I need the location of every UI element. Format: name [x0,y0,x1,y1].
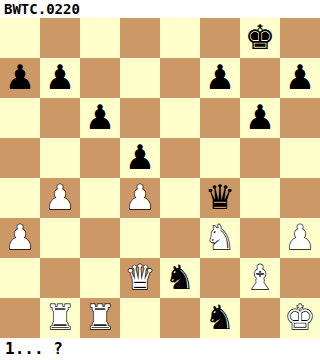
square-a8[interactable] [0,18,40,58]
piece-black-pawn[interactable]: ♟ [285,58,315,97]
square-d1[interactable] [120,298,160,338]
square-b8[interactable] [40,18,80,58]
square-a2[interactable] [0,258,40,298]
square-h4[interactable] [280,178,320,218]
square-e8[interactable] [160,18,200,58]
piece-black-king[interactable]: ♚ [245,18,275,57]
square-b1[interactable]: ♜ [40,298,80,338]
piece-white-queen[interactable]: ♛ [125,258,155,297]
square-f2[interactable] [200,258,240,298]
square-d7[interactable] [120,58,160,98]
square-h8[interactable] [280,18,320,58]
piece-black-pawn[interactable]: ♟ [205,58,235,97]
piece-white-pawn[interactable]: ♟ [5,218,35,257]
square-g4[interactable] [240,178,280,218]
square-c2[interactable] [80,258,120,298]
puzzle-id-label: BWTC.0220 [0,0,320,18]
square-d5[interactable]: ♟ [120,138,160,178]
square-a7[interactable]: ♟ [0,58,40,98]
piece-white-bishop[interactable]: ♝ [245,258,275,297]
piece-black-pawn[interactable]: ♟ [245,98,275,137]
piece-black-pawn[interactable]: ♟ [45,58,75,97]
square-d3[interactable] [120,218,160,258]
square-b3[interactable] [40,218,80,258]
square-c3[interactable] [80,218,120,258]
piece-white-rook[interactable]: ♜ [45,298,75,337]
square-f4[interactable]: ♛ [200,178,240,218]
piece-white-pawn[interactable]: ♟ [125,178,155,217]
square-c7[interactable] [80,58,120,98]
square-b2[interactable] [40,258,80,298]
square-g7[interactable] [240,58,280,98]
square-b4[interactable]: ♟ [40,178,80,218]
square-b6[interactable] [40,98,80,138]
square-h7[interactable]: ♟ [280,58,320,98]
square-c8[interactable] [80,18,120,58]
piece-white-king[interactable]: ♚ [285,298,315,337]
square-b7[interactable]: ♟ [40,58,80,98]
square-f7[interactable]: ♟ [200,58,240,98]
square-f5[interactable] [200,138,240,178]
square-c4[interactable] [80,178,120,218]
piece-white-rook[interactable]: ♜ [85,298,115,337]
piece-black-queen[interactable]: ♛ [205,178,235,217]
move-prompt-label: 1... ? [0,338,320,360]
piece-black-knight[interactable]: ♞ [205,298,235,337]
square-h3[interactable]: ♟ [280,218,320,258]
square-h5[interactable] [280,138,320,178]
square-e7[interactable] [160,58,200,98]
square-g6[interactable]: ♟ [240,98,280,138]
piece-black-pawn[interactable]: ♟ [125,138,155,177]
square-f1[interactable]: ♞ [200,298,240,338]
square-f8[interactable] [200,18,240,58]
square-e1[interactable] [160,298,200,338]
square-a3[interactable]: ♟ [0,218,40,258]
square-a1[interactable] [0,298,40,338]
square-d6[interactable] [120,98,160,138]
piece-white-knight[interactable]: ♞ [205,218,235,257]
square-a4[interactable] [0,178,40,218]
piece-black-knight[interactable]: ♞ [165,258,195,297]
square-c6[interactable]: ♟ [80,98,120,138]
square-e5[interactable] [160,138,200,178]
square-c5[interactable] [80,138,120,178]
square-h1[interactable]: ♚ [280,298,320,338]
square-h2[interactable] [280,258,320,298]
piece-white-pawn[interactable]: ♟ [45,178,75,217]
square-f6[interactable] [200,98,240,138]
square-e2[interactable]: ♞ [160,258,200,298]
square-g1[interactable] [240,298,280,338]
piece-black-pawn[interactable]: ♟ [85,98,115,137]
square-d8[interactable] [120,18,160,58]
square-e6[interactable] [160,98,200,138]
square-a5[interactable] [0,138,40,178]
square-g3[interactable] [240,218,280,258]
square-g8[interactable]: ♚ [240,18,280,58]
square-g2[interactable]: ♝ [240,258,280,298]
chess-diagram-screen: BWTC.0220 ♚♟♟♟♟♟♟♟♟♟♛♟♞♟♛♞♝♜♜♞♚ 1... ? [0,0,320,360]
square-f3[interactable]: ♞ [200,218,240,258]
square-c1[interactable]: ♜ [80,298,120,338]
square-g5[interactable] [240,138,280,178]
square-e3[interactable] [160,218,200,258]
square-b5[interactable] [40,138,80,178]
piece-black-pawn[interactable]: ♟ [5,58,35,97]
square-d4[interactable]: ♟ [120,178,160,218]
chess-board: ♚♟♟♟♟♟♟♟♟♟♛♟♞♟♛♞♝♜♜♞♚ [0,18,320,338]
square-a6[interactable] [0,98,40,138]
square-e4[interactable] [160,178,200,218]
square-d2[interactable]: ♛ [120,258,160,298]
piece-white-pawn[interactable]: ♟ [285,218,315,257]
square-h6[interactable] [280,98,320,138]
